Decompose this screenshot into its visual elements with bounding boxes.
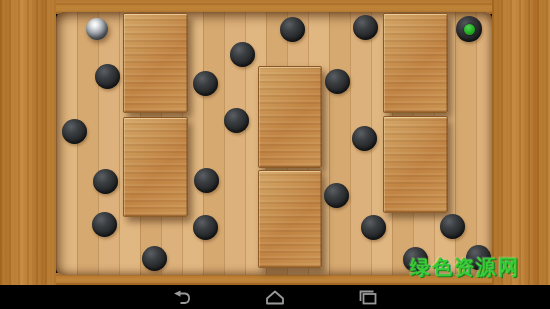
trap-hole (224, 108, 249, 133)
goal-green-marker (464, 24, 475, 35)
trap-hole (440, 214, 465, 239)
recents-icon (357, 290, 379, 305)
wall-block (383, 116, 448, 213)
trap-hole (230, 42, 255, 67)
wall-block (383, 13, 448, 113)
trap-hole (352, 126, 377, 151)
trap-hole (93, 169, 118, 194)
wall-block (258, 170, 322, 268)
trap-hole (193, 71, 218, 96)
game-screen[interactable]: 绿色资源网 www.downcc.com (0, 0, 550, 309)
trap-hole (325, 69, 350, 94)
trap-hole (193, 215, 218, 240)
trap-hole (324, 183, 349, 208)
trap-hole (62, 119, 87, 144)
trap-hole (280, 17, 305, 42)
wall-block (123, 117, 188, 217)
android-navbar (0, 285, 550, 309)
watermark-site-name: 绿色资源网 (410, 254, 520, 281)
trap-hole (142, 246, 167, 271)
wall-block (258, 66, 322, 168)
wall-block (123, 13, 188, 113)
home-button[interactable] (262, 289, 288, 306)
home-icon (264, 290, 286, 305)
trap-hole (95, 64, 120, 89)
back-icon (171, 290, 193, 305)
recents-button[interactable] (355, 289, 381, 306)
trap-hole (361, 215, 386, 240)
trap-hole (353, 15, 378, 40)
back-button[interactable] (169, 289, 195, 306)
trap-hole (92, 212, 117, 237)
silver-ball[interactable] (86, 18, 108, 40)
goal-hole (456, 16, 482, 42)
frame-left (0, 0, 56, 285)
frame-right (492, 0, 550, 285)
trap-hole (194, 168, 219, 193)
